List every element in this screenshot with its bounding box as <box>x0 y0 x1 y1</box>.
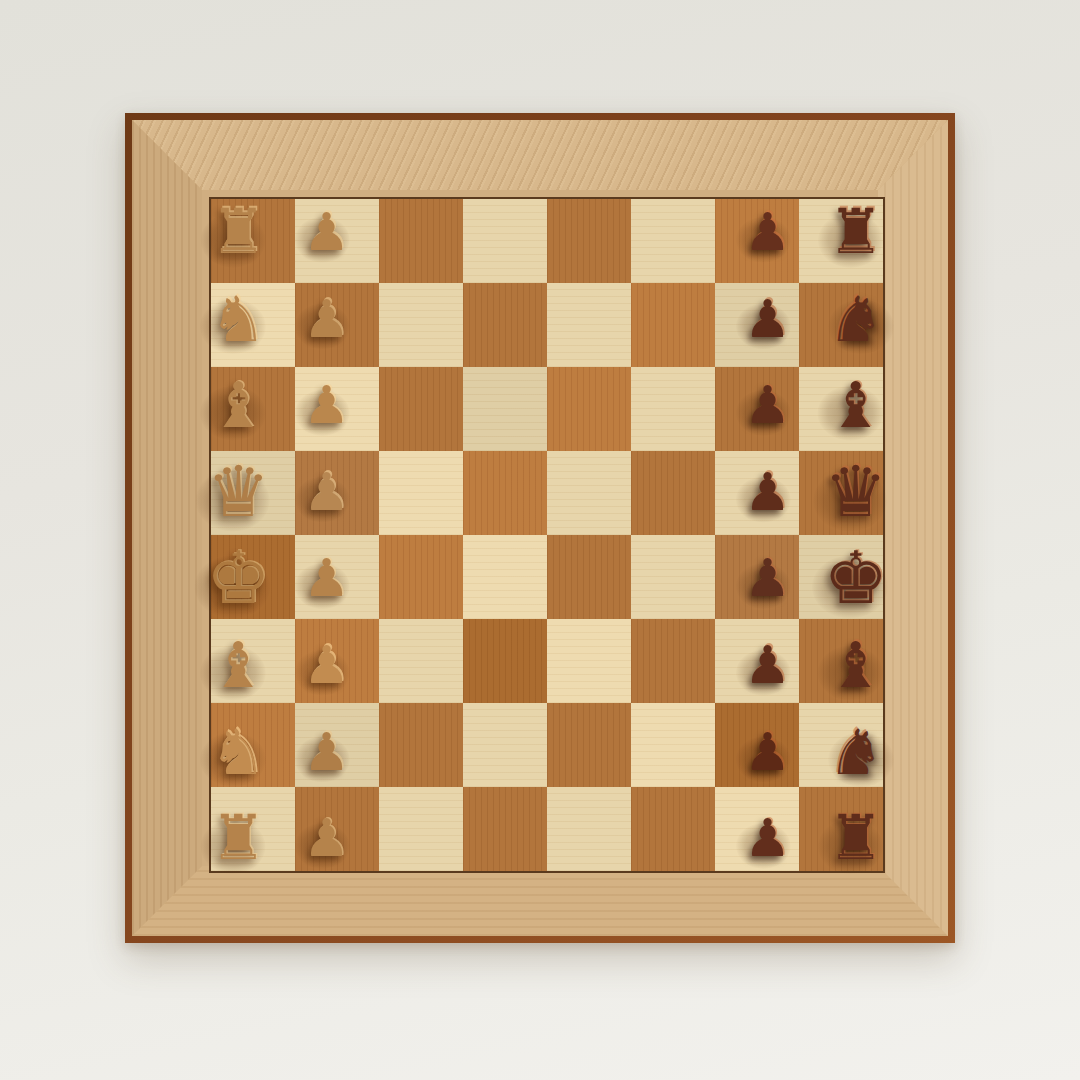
piece-white-bishop: ♝ <box>196 623 280 707</box>
piece-black-pawn: ♟ <box>726 796 810 880</box>
square-c7: ♟ <box>715 367 799 451</box>
square-f7: ♟ <box>715 619 799 703</box>
square-c3 <box>379 367 463 451</box>
square-g3 <box>379 703 463 787</box>
piece-black-rook: ♜ <box>814 190 898 274</box>
piece-black-pawn: ♟ <box>726 363 810 447</box>
square-h4 <box>463 787 547 871</box>
piece-black-queen: ♛ <box>814 450 898 534</box>
square-d8: ♛ <box>799 451 883 535</box>
square-g8: ♞ <box>799 703 883 787</box>
square-a7: ♟ <box>715 199 799 283</box>
square-e1: ♚ <box>211 535 295 619</box>
piece-black-pawn: ♟ <box>726 190 810 274</box>
square-h6 <box>631 787 715 871</box>
piece-white-knight: ♞ <box>196 710 280 794</box>
square-h5 <box>547 787 631 871</box>
piece-black-rook: ♜ <box>814 796 898 880</box>
square-d7: ♟ <box>715 451 799 535</box>
square-d6 <box>631 451 715 535</box>
piece-black-bishop: ♝ <box>814 623 898 707</box>
square-g1: ♞ <box>211 703 295 787</box>
square-b4 <box>463 283 547 367</box>
square-c5 <box>547 367 631 451</box>
square-e2: ♟ <box>295 535 379 619</box>
piece-white-rook: ♜ <box>196 190 280 274</box>
square-h3 <box>379 787 463 871</box>
square-h7: ♟ <box>715 787 799 871</box>
piece-white-pawn: ♟ <box>285 363 369 447</box>
piece-black-knight: ♞ <box>814 277 898 361</box>
square-f1: ♝ <box>211 619 295 703</box>
square-g7: ♟ <box>715 703 799 787</box>
square-f5 <box>547 619 631 703</box>
square-g4 <box>463 703 547 787</box>
square-b3 <box>379 283 463 367</box>
square-h8: ♜ <box>799 787 883 871</box>
square-f4 <box>463 619 547 703</box>
piece-black-king: ♚ <box>814 536 898 620</box>
square-e7: ♟ <box>715 535 799 619</box>
square-a6 <box>631 199 715 283</box>
square-b2: ♟ <box>295 283 379 367</box>
square-g6 <box>631 703 715 787</box>
square-e6 <box>631 535 715 619</box>
square-g2: ♟ <box>295 703 379 787</box>
square-c6 <box>631 367 715 451</box>
square-f8: ♝ <box>799 619 883 703</box>
square-c4 <box>463 367 547 451</box>
square-f2: ♟ <box>295 619 379 703</box>
piece-white-pawn: ♟ <box>285 450 369 534</box>
chess-board: ♜♟♟♜♞♟♟♞♝♟♟♝♛♟♟♛♚♟♟♚♝♟♟♝♞♟♟♞♜♟♟♜ <box>125 113 955 943</box>
piece-black-pawn: ♟ <box>726 277 810 361</box>
piece-white-pawn: ♟ <box>285 190 369 274</box>
piece-white-pawn: ♟ <box>285 623 369 707</box>
square-a1: ♜ <box>211 199 295 283</box>
square-e3 <box>379 535 463 619</box>
square-f3 <box>379 619 463 703</box>
square-c1: ♝ <box>211 367 295 451</box>
square-e8: ♚ <box>799 535 883 619</box>
square-f6 <box>631 619 715 703</box>
square-d4 <box>463 451 547 535</box>
board-grid: ♜♟♟♜♞♟♟♞♝♟♟♝♛♟♟♛♚♟♟♚♝♟♟♝♞♟♟♞♜♟♟♜ <box>209 197 885 873</box>
square-h2: ♟ <box>295 787 379 871</box>
square-d3 <box>379 451 463 535</box>
square-c2: ♟ <box>295 367 379 451</box>
piece-white-queen: ♛ <box>196 450 280 534</box>
piece-black-pawn: ♟ <box>726 450 810 534</box>
piece-black-pawn: ♟ <box>726 623 810 707</box>
square-a5 <box>547 199 631 283</box>
piece-white-pawn: ♟ <box>285 536 369 620</box>
square-a2: ♟ <box>295 199 379 283</box>
square-b6 <box>631 283 715 367</box>
square-a4 <box>463 199 547 283</box>
board-frame: ♜♟♟♜♞♟♟♞♝♟♟♝♛♟♟♛♚♟♟♚♝♟♟♝♞♟♟♞♜♟♟♜ <box>132 120 948 936</box>
piece-black-pawn: ♟ <box>726 710 810 794</box>
square-h1: ♜ <box>211 787 295 871</box>
piece-white-pawn: ♟ <box>285 277 369 361</box>
piece-white-king: ♚ <box>196 536 280 620</box>
square-g5 <box>547 703 631 787</box>
square-d1: ♛ <box>211 451 295 535</box>
square-d5 <box>547 451 631 535</box>
square-b1: ♞ <box>211 283 295 367</box>
piece-white-rook: ♜ <box>196 796 280 880</box>
piece-white-bishop: ♝ <box>196 363 280 447</box>
square-c8: ♝ <box>799 367 883 451</box>
piece-black-knight: ♞ <box>814 710 898 794</box>
square-a3 <box>379 199 463 283</box>
square-b7: ♟ <box>715 283 799 367</box>
square-b8: ♞ <box>799 283 883 367</box>
square-e5 <box>547 535 631 619</box>
square-d2: ♟ <box>295 451 379 535</box>
square-a8: ♜ <box>799 199 883 283</box>
square-b5 <box>547 283 631 367</box>
piece-white-pawn: ♟ <box>285 710 369 794</box>
piece-black-bishop: ♝ <box>814 363 898 447</box>
piece-white-knight: ♞ <box>196 277 280 361</box>
square-e4 <box>463 535 547 619</box>
piece-white-pawn: ♟ <box>285 796 369 880</box>
piece-black-pawn: ♟ <box>726 536 810 620</box>
